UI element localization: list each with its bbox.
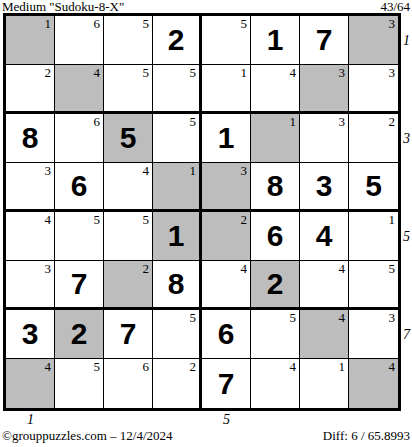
cell-r2c2[interactable]: 4 [55,65,104,114]
cell-r3c1[interactable]: 8 [6,114,55,163]
solved-digit: 2 [267,269,284,299]
clue-digit: 3 [45,262,52,275]
cell-r4c8[interactable]: 5 [349,163,398,212]
clue-digit: 3 [339,115,346,128]
clue-digit: 2 [389,115,396,128]
clue-digit: 5 [94,360,101,373]
clue-digit: 4 [290,360,297,373]
cell-r1c1[interactable]: 1 [6,16,55,65]
solved-digit: 8 [168,269,185,299]
clue-digit: 1 [190,164,197,177]
clue-digit: 2 [45,66,52,79]
cell-r8c2[interactable]: 5 [55,359,104,408]
cell-r7c6[interactable]: 5 [251,310,300,359]
col-label-5: 5 [222,412,232,428]
solved-digit: 6 [267,221,284,251]
cell-r7c4[interactable]: 5 [153,310,202,359]
solved-digit: 8 [267,171,284,201]
cell-r4c3[interactable]: 4 [104,163,153,212]
solved-digit: 7 [218,369,235,399]
solved-digit: 5 [120,123,137,153]
cell-r6c1[interactable]: 3 [6,261,55,310]
clue-digit: 5 [94,213,101,226]
cell-r2c6[interactable]: 4 [251,65,300,114]
cell-r3c5[interactable]: 1 [202,114,251,163]
col-label-1: 1 [26,412,36,428]
clue-digit: 2 [241,213,248,226]
solved-digit: 3 [316,171,333,201]
solved-digit: 7 [120,319,137,349]
clue-digit: 4 [143,164,150,177]
clue-digit: 6 [94,115,101,128]
cell-r2c8[interactable]: 3 [349,65,398,114]
cell-r3c7[interactable]: 3 [300,114,349,163]
cell-r6c6[interactable]: 2 [251,261,300,310]
clue-digit: 3 [389,311,396,324]
cell-r1c3[interactable]: 5 [104,16,153,65]
cell-r1c2[interactable]: 6 [55,16,104,65]
sudoku-board: 1652517324551433865511323641383545512641… [3,13,401,411]
cell-r4c1[interactable]: 3 [6,163,55,212]
cell-r6c8[interactable]: 5 [349,261,398,310]
clue-digit: 5 [190,311,197,324]
cell-r8c5[interactable]: 7 [202,359,251,408]
cell-r5c5[interactable]: 2 [202,212,251,261]
clue-digit: 3 [389,66,396,79]
clue-digit: 4 [339,311,346,324]
solved-digit: 6 [71,171,88,201]
cell-r5c6[interactable]: 6 [251,212,300,261]
cell-r4c6[interactable]: 8 [251,163,300,212]
solved-digit: 5 [365,171,382,201]
cell-r8c4[interactable]: 2 [153,359,202,408]
cell-r8c1[interactable]: 4 [6,359,55,408]
solved-digit: 2 [71,319,88,349]
cell-r5c8[interactable]: 1 [349,212,398,261]
clue-digit: 2 [143,262,150,275]
solved-digit: 2 [168,25,185,55]
clue-digit: 3 [339,66,346,79]
cell-r2c7[interactable]: 3 [300,65,349,114]
clue-digit: 4 [290,66,297,79]
cell-r5c2[interactable]: 5 [55,212,104,261]
clue-digit: 3 [45,164,52,177]
solved-digit: 6 [218,319,235,349]
cell-r5c1[interactable]: 4 [6,212,55,261]
cell-r4c4[interactable]: 1 [153,163,202,212]
page-title: Medium "Sudoku-8-X" [2,0,124,14]
copyright-text: ©grouppuzzles.com – 12/4/2024 [2,428,173,444]
cell-r6c4[interactable]: 8 [153,261,202,310]
solved-digit: 3 [22,319,39,349]
solved-digit: 7 [71,269,88,299]
cell-r7c5[interactable]: 6 [202,310,251,359]
cell-r1c7[interactable]: 7 [300,16,349,65]
clue-digit: 4 [45,360,52,373]
cell-r3c3[interactable]: 5 [104,114,153,163]
clue-digit: 4 [339,262,346,275]
solved-digit: 1 [267,25,284,55]
solved-digit: 4 [316,221,333,251]
cell-r6c5[interactable]: 4 [202,261,251,310]
clue-digit: 5 [190,115,197,128]
cell-r8c8[interactable]: 4 [349,359,398,408]
difficulty-text: Diff: 6 / 65.8993 [323,428,410,444]
cell-r7c2[interactable]: 2 [55,310,104,359]
cell-r2c1[interactable]: 2 [6,65,55,114]
clue-digit: 5 [143,17,150,30]
cell-r3c6[interactable]: 1 [251,114,300,163]
clue-digit: 1 [290,115,297,128]
cell-r2c4[interactable]: 5 [153,65,202,114]
solved-digit: 7 [316,25,333,55]
cell-r1c6[interactable]: 1 [251,16,300,65]
cell-r5c3[interactable]: 5 [104,212,153,261]
solved-digit: 1 [168,221,185,251]
clue-digit: 5 [389,262,396,275]
clue-digit: 3 [389,17,396,30]
clue-digit: 4 [241,262,248,275]
cell-r2c3[interactable]: 5 [104,65,153,114]
clue-digit: 5 [190,66,197,79]
clue-digit: 4 [94,66,101,79]
clue-digit: 6 [143,360,150,373]
cell-r3c4[interactable]: 5 [153,114,202,163]
cell-r7c3[interactable]: 7 [104,310,153,359]
clue-digit: 1 [339,360,346,373]
cell-r7c8[interactable]: 3 [349,310,398,359]
row-label-3: 3 [403,131,412,147]
clue-digit: 5 [241,17,248,30]
cell-r4c5[interactable]: 3 [202,163,251,212]
clue-digit: 1 [241,66,248,79]
clue-digit: 6 [94,17,101,30]
clue-digit: 1 [389,213,396,226]
cell-r7c7[interactable]: 4 [300,310,349,359]
solved-digit: 1 [218,123,235,153]
cell-r4c7[interactable]: 3 [300,163,349,212]
row-label-7: 7 [403,327,412,343]
cell-r2c5[interactable]: 1 [202,65,251,114]
cell-r8c6[interactable]: 4 [251,359,300,408]
solved-digit: 8 [22,123,39,153]
clue-digit: 2 [190,360,197,373]
cell-r1c8[interactable]: 3 [349,16,398,65]
clue-digit: 5 [290,311,297,324]
clue-digit: 4 [45,213,52,226]
clue-counter: 43/64 [380,0,410,14]
puzzle-page: Medium "Sudoku-8-X" 43/64 16525173245514… [0,0,412,447]
row-label-1: 1 [403,33,412,49]
cell-r1c5[interactable]: 5 [202,16,251,65]
clue-digit: 4 [389,360,396,373]
cell-r7c1[interactable]: 3 [6,310,55,359]
cell-r8c7[interactable]: 1 [300,359,349,408]
cell-r5c4[interactable]: 1 [153,212,202,261]
cell-r6c2[interactable]: 7 [55,261,104,310]
clue-digit: 5 [143,213,150,226]
cell-r5c7[interactable]: 4 [300,212,349,261]
clue-digit: 3 [241,164,248,177]
cell-r3c8[interactable]: 2 [349,114,398,163]
clue-digit: 5 [143,66,150,79]
cell-r6c7[interactable]: 4 [300,261,349,310]
row-label-5: 5 [403,229,412,245]
cell-r1c4[interactable]: 2 [153,16,202,65]
cell-r8c3[interactable]: 6 [104,359,153,408]
cell-r3c2[interactable]: 6 [55,114,104,163]
cell-r6c3[interactable]: 2 [104,261,153,310]
cell-r4c2[interactable]: 6 [55,163,104,212]
clue-digit: 1 [45,17,52,30]
